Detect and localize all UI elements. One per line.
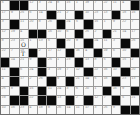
- grid-cell[interactable]: 22: [121, 20, 129, 29]
- black-cell: [75, 58, 83, 67]
- grid-cell[interactable]: 2: [131, 58, 139, 67]
- grid-cell[interactable]: 25: [47, 58, 55, 67]
- grid-cell[interactable]: 25: [84, 30, 92, 39]
- cell-number: 26: [131, 39, 135, 43]
- cell-number: 12: [57, 49, 61, 53]
- cell-number: 21: [113, 30, 117, 34]
- cell-number: 13: [131, 77, 135, 81]
- grid-cell[interactable]: 23: [10, 39, 18, 48]
- cell-number: 2: [94, 30, 96, 34]
- grid-cell[interactable]: 11: [75, 106, 83, 115]
- cell-number: 10: [2, 106, 6, 110]
- cell-number: 8: [11, 87, 13, 91]
- grid-cell[interactable]: 11: [1, 68, 9, 77]
- cell-number: 17: [48, 49, 52, 53]
- cell-number: 20: [85, 87, 89, 91]
- black-cell: [29, 30, 37, 39]
- cell-number: 21: [57, 11, 61, 15]
- cell-number: 9: [76, 39, 78, 43]
- grid-cell[interactable]: 19: [84, 1, 92, 10]
- cell-number: 13: [39, 39, 43, 43]
- cell-number: 5: [48, 39, 50, 43]
- grid-cell[interactable]: 5: [94, 77, 102, 86]
- black-cell: [131, 1, 139, 10]
- grid-cell[interactable]: 23: [20, 106, 28, 115]
- grid-cell[interactable]: 4: [29, 106, 37, 115]
- cell-number: 15: [29, 87, 33, 91]
- grid-cell[interactable]: 3: [1, 20, 9, 29]
- cell-number: 5: [94, 77, 96, 81]
- cell-number: 18: [39, 106, 43, 110]
- grid-cell[interactable]: 8: [10, 87, 18, 96]
- grid-cell[interactable]: 12: [29, 1, 37, 10]
- black-cell: [66, 49, 74, 58]
- cell-number: 24: [94, 39, 98, 43]
- grid-cell[interactable]: 26: [38, 77, 46, 86]
- cell-number: 16: [103, 68, 107, 72]
- grid-cell[interactable]: 5: [47, 39, 55, 48]
- black-cell: [84, 96, 92, 105]
- grid-cell[interactable]: 24: [94, 39, 102, 48]
- grid-cell[interactable]: 24: [47, 1, 55, 10]
- cell-number: 20: [131, 68, 135, 72]
- cell-number: 2: [39, 49, 41, 53]
- cell-letter: T: [21, 51, 25, 57]
- grid-cell[interactable]: 11: [20, 20, 28, 29]
- grid-cell[interactable]: 15: [121, 58, 129, 67]
- cell-number: 19: [11, 30, 15, 34]
- grid-cell[interactable]: 12: [1, 30, 9, 39]
- cell-number: 7: [11, 49, 13, 53]
- grid-cell[interactable]: 3: [66, 87, 74, 96]
- cell-number: 10: [122, 49, 126, 53]
- black-cell: [20, 1, 28, 10]
- grid-cell[interactable]: 7: [66, 68, 74, 77]
- grid-cell[interactable]: 2: [29, 77, 37, 86]
- grid-cell[interactable]: 13: [131, 77, 139, 86]
- cell-number: 16: [76, 49, 80, 53]
- cell-number: 17: [2, 11, 6, 15]
- cell-number: 9: [122, 87, 124, 91]
- cell-number: 1: [94, 87, 96, 91]
- grid-cell[interactable]: 3: [38, 1, 46, 10]
- black-cell: [94, 49, 102, 58]
- cell-number: 5: [103, 58, 105, 62]
- cell-number: 16: [11, 106, 15, 110]
- grid-cell[interactable]: 4: [1, 77, 9, 86]
- grid-cell[interactable]: 22: [1, 49, 9, 58]
- grid-cell[interactable]: 8: [94, 58, 102, 67]
- grid-cell[interactable]: 8: [47, 106, 55, 115]
- cell-number: 11: [76, 106, 80, 110]
- cell-number: 12: [2, 30, 6, 34]
- cell-number: 15: [94, 20, 98, 24]
- grid-cell[interactable]: 7: [94, 1, 102, 10]
- cell-number: 6: [66, 30, 68, 34]
- grid-cell[interactable]: 5: [121, 96, 129, 105]
- grid-cell[interactable]: 14: [38, 11, 46, 20]
- cell-number: 17: [85, 106, 89, 110]
- cell-number: 2: [131, 58, 133, 62]
- cell-number: 19: [57, 68, 61, 72]
- cell-number: 19: [103, 49, 107, 53]
- black-cell: [10, 68, 18, 77]
- cell-number: 1: [29, 39, 31, 43]
- grid-cell[interactable]: 3: [94, 106, 102, 115]
- cell-number: 2: [76, 96, 78, 100]
- cell-number: 25: [85, 30, 89, 34]
- black-cell: [66, 77, 74, 86]
- black-cell: [103, 30, 111, 39]
- grid-cell[interactable]: 10: [84, 11, 92, 20]
- grid-cell[interactable]: 10: [1, 106, 9, 115]
- grid-cell[interactable]: 9: [112, 20, 120, 29]
- grid-cell[interactable]: 2: [38, 49, 46, 58]
- black-cell: [75, 11, 83, 20]
- grid-cell[interactable]: 17: [47, 49, 55, 58]
- black-cell: [10, 1, 18, 10]
- grid-cell[interactable]: 9: [29, 58, 37, 67]
- grid-cell[interactable]: 17: [20, 77, 28, 86]
- grid-cell[interactable]: 7: [131, 20, 139, 29]
- grid-cell[interactable]: 8: [57, 1, 65, 10]
- cell-number: 23: [66, 58, 70, 62]
- grid-cell[interactable]: 2: [94, 30, 102, 39]
- black-cell: [47, 11, 55, 20]
- grid-cell[interactable]: 18: [38, 106, 46, 115]
- black-cell: [103, 87, 111, 96]
- cell-number: 1: [57, 58, 59, 62]
- black-cell: [112, 11, 120, 20]
- grid-cell[interactable]: 22: [94, 68, 102, 77]
- cell-number: 20: [66, 39, 70, 43]
- grid-cell[interactable]: 14: [66, 106, 74, 115]
- grid-cell[interactable]: 14: [121, 30, 129, 39]
- cell-number: 17: [20, 77, 24, 81]
- grid-cell[interactable]: 5: [75, 20, 83, 29]
- grid-cell[interactable]: 1: [94, 87, 102, 96]
- cell-number: 11: [2, 68, 6, 72]
- cell-number: 12: [76, 68, 80, 72]
- cell-number: 22: [122, 20, 126, 24]
- cell-number: 26: [39, 77, 43, 81]
- cell-number: 13: [57, 96, 61, 100]
- cell-number: 22: [2, 49, 6, 53]
- black-cell: [75, 30, 83, 39]
- grid-cell[interactable]: 9: [121, 87, 129, 96]
- cell-number: 6: [76, 87, 78, 91]
- black-cell: [131, 106, 139, 115]
- grid-cell[interactable]: 24: [66, 20, 74, 29]
- grid-cell[interactable]: 15: [29, 87, 37, 96]
- cell-number: 15: [122, 58, 126, 62]
- cell-number: 21: [131, 96, 135, 100]
- grid-cell[interactable]: 1: [29, 39, 37, 48]
- grid-cell[interactable]: 16: [112, 87, 120, 96]
- grid-cell[interactable]: 6: [29, 11, 37, 20]
- grid-cell[interactable]: 20: [84, 87, 92, 96]
- grid-cell[interactable]: 18: [121, 11, 129, 20]
- cell-number: 10: [113, 68, 117, 72]
- cell-number: 13: [103, 11, 107, 15]
- cell-number: 10: [85, 11, 89, 15]
- grid-cell[interactable]: 20: [131, 68, 139, 77]
- cell-number: 21: [20, 58, 24, 62]
- cell-number: 3: [66, 87, 68, 91]
- grid-cell[interactable]: 2: [75, 96, 83, 105]
- cell-number: 9: [113, 106, 115, 110]
- cell-number: 14: [85, 77, 89, 81]
- grid-cell[interactable]: 8: [1, 39, 9, 48]
- cell-number: 23: [122, 77, 126, 81]
- cell-number: 5: [2, 1, 4, 5]
- cell-number: 13: [85, 58, 89, 62]
- grid-cell[interactable]: 18T: [20, 49, 28, 58]
- cell-number: 4: [20, 30, 22, 34]
- grid-cell[interactable]: 1: [57, 58, 65, 67]
- cell-number: 3: [113, 39, 115, 43]
- grid-cell[interactable]: 7: [103, 96, 111, 105]
- cell-number: 18: [122, 11, 126, 15]
- grid-cell[interactable]: 4: [121, 1, 129, 10]
- grid-cell[interactable]: 21: [57, 11, 65, 20]
- cell-number: 24: [48, 1, 52, 5]
- grid-cell[interactable]: 24: [57, 87, 65, 96]
- grid-cell[interactable]: 16: [47, 30, 55, 39]
- grid-cell[interactable]: 2: [66, 11, 74, 20]
- cell-number: 8: [94, 58, 96, 62]
- grid-cell[interactable]: 19: [103, 49, 111, 58]
- grid-cell[interactable]: 13: [38, 39, 46, 48]
- grid-cell[interactable]: 21: [131, 96, 139, 105]
- black-cell: [84, 20, 92, 29]
- grid-cell[interactable]: 18: [103, 77, 111, 86]
- cell-number: 7: [94, 1, 96, 5]
- grid-cell[interactable]: 14: [10, 58, 18, 67]
- black-cell: [84, 39, 92, 48]
- cell-number: 16: [48, 30, 52, 34]
- grid-cell[interactable]: 3: [112, 39, 120, 48]
- grid-cell[interactable]: 19: [10, 30, 18, 39]
- cell-number: 14: [11, 58, 15, 62]
- grid-cell[interactable]: 24: [29, 68, 37, 77]
- grid-cell[interactable]: 19: [1, 96, 9, 105]
- cell-number: 22: [94, 68, 98, 72]
- black-cell: [10, 77, 18, 86]
- cell-number: 25: [103, 106, 107, 110]
- cell-number: 24: [29, 68, 33, 72]
- cell-number: 12: [94, 96, 98, 100]
- grid-cell[interactable]: 9: [57, 77, 65, 86]
- cell-number: 6: [29, 11, 31, 15]
- grid-cell[interactable]: 21: [75, 77, 83, 86]
- cell-number: 8: [48, 106, 50, 110]
- black-cell: [38, 87, 46, 96]
- cell-number: 19: [2, 96, 6, 100]
- grid-cell[interactable]: 22: [29, 96, 37, 105]
- cell-number: 4: [2, 77, 4, 81]
- cell-number: 1: [103, 20, 105, 24]
- grid-cell[interactable]: 13: [84, 58, 92, 67]
- cell-number: 24: [66, 20, 70, 24]
- black-cell: [131, 49, 139, 58]
- cell-number: 4: [85, 49, 87, 53]
- cell-number: 14: [122, 30, 126, 34]
- grid-cell[interactable]: 23: [94, 11, 102, 20]
- cell-number: 2: [66, 11, 68, 15]
- codeword-grid: 5123248151197221141792561421210231318163…: [0, 0, 140, 115]
- grid-cell[interactable]: 8: [38, 20, 46, 29]
- grid-cell[interactable]: 12: [94, 96, 102, 105]
- cell-number: 25: [2, 87, 6, 91]
- grid-cell[interactable]: 20: [66, 39, 74, 48]
- black-cell: [112, 96, 120, 105]
- cell-number: 8: [2, 39, 4, 43]
- grid-cell[interactable]: 9: [112, 106, 120, 115]
- cell-number: 7: [66, 68, 68, 72]
- cell-number: 25: [48, 58, 52, 62]
- grid-cell[interactable]: 21: [20, 58, 28, 67]
- grid-cell[interactable]: 23: [121, 77, 129, 86]
- grid-cell[interactable]: 26: [57, 106, 65, 115]
- grid-cell[interactable]: 25: [20, 11, 28, 20]
- grid-cell[interactable]: 26: [131, 39, 139, 48]
- grid-cell[interactable]: 3: [47, 68, 55, 77]
- cell-number: 19: [85, 1, 89, 5]
- cell-number: 4: [122, 1, 124, 5]
- grid-cell[interactable]: 12: [57, 49, 65, 58]
- black-cell: [121, 68, 129, 77]
- cell-number: 15: [66, 1, 70, 5]
- cell-number: 6: [20, 68, 22, 72]
- grid-cell[interactable]: 16: [75, 49, 83, 58]
- grid-cell[interactable]: 13: [103, 11, 111, 20]
- cell-number: 11: [20, 20, 24, 24]
- grid-cell[interactable]: 11: [47, 87, 55, 96]
- black-cell: [47, 96, 55, 105]
- grid-cell[interactable]: 17: [1, 11, 9, 20]
- grid-cell[interactable]: 15: [94, 20, 102, 29]
- grid-cell[interactable]: 16: [131, 11, 139, 20]
- cell-number: 9: [57, 77, 59, 81]
- grid-cell[interactable]: 9: [75, 39, 83, 48]
- grid-cell[interactable]: 11: [103, 39, 111, 48]
- grid-cell[interactable]: 10: [112, 68, 120, 77]
- grid-cell[interactable]: 6: [75, 87, 83, 96]
- black-cell: [38, 58, 46, 67]
- black-cell: [121, 106, 129, 115]
- grid-cell[interactable]: 13: [57, 96, 65, 105]
- cell-number: 3: [94, 106, 96, 110]
- cell-number: 23: [20, 106, 24, 110]
- grid-cell[interactable]: 12: [75, 68, 83, 77]
- cell-letter: O: [21, 42, 26, 48]
- black-cell: [38, 68, 46, 77]
- cell-number: 7: [103, 96, 105, 100]
- grid-cell[interactable]: 14: [84, 77, 92, 86]
- cell-number: 22: [29, 96, 33, 100]
- grid-cell[interactable]: 9: [10, 11, 18, 20]
- cell-number: 6: [113, 49, 115, 53]
- cell-number: 20: [29, 20, 33, 24]
- cell-number: 11: [48, 87, 52, 91]
- grid-cell[interactable]: 21: [112, 30, 120, 39]
- grid-cell[interactable]: 4: [20, 30, 28, 39]
- cell-number: 9: [113, 20, 115, 24]
- grid-cell[interactable]: 6: [20, 68, 28, 77]
- cell-number: 21: [76, 77, 80, 81]
- cell-number: 17: [131, 30, 135, 34]
- grid-cell[interactable]: 11: [112, 1, 120, 10]
- cell-number: 3: [48, 68, 50, 72]
- cell-number: 23: [11, 39, 15, 43]
- grid-cell[interactable]: 25: [103, 106, 111, 115]
- black-cell: [20, 87, 28, 96]
- black-cell: [29, 49, 37, 58]
- grid-cell[interactable]: 19: [57, 68, 65, 77]
- grid-cell[interactable]: 20: [29, 20, 37, 29]
- black-cell: [10, 96, 18, 105]
- grid-cell[interactable]: 16: [103, 68, 111, 77]
- grid-cell[interactable]: 5: [1, 1, 9, 10]
- grid-cell[interactable]: 1: [103, 20, 111, 29]
- grid-cell[interactable]: 10: [121, 49, 129, 58]
- grid-cell[interactable]: 6: [66, 30, 74, 39]
- grid-cell[interactable]: 17: [131, 30, 139, 39]
- grid-cell[interactable]: 7: [10, 49, 18, 58]
- cell-number: 9: [11, 11, 13, 15]
- black-cell: [131, 87, 139, 96]
- grid-cell[interactable]: 22: [103, 1, 111, 10]
- cell-number: 14: [66, 106, 70, 110]
- grid-cell[interactable]: 10: [57, 30, 65, 39]
- black-cell: [57, 39, 65, 48]
- grid-cell[interactable]: 6: [112, 49, 120, 58]
- grid-cell[interactable]: 1: [75, 1, 83, 10]
- black-cell: [57, 20, 65, 29]
- black-cell: [112, 77, 120, 86]
- cell-number: 23: [94, 11, 98, 15]
- black-cell: [1, 58, 9, 67]
- cell-number: 9: [29, 58, 31, 62]
- grid-cell[interactable]: 5: [103, 58, 111, 67]
- grid-cell[interactable]: 16: [10, 106, 18, 115]
- grid-cell[interactable]: 15: [66, 1, 74, 10]
- cell-number: 2: [29, 77, 31, 81]
- grid-cell[interactable]: 4: [84, 49, 92, 58]
- black-cell: [20, 96, 28, 105]
- black-cell: [47, 77, 55, 86]
- cell-number: 1: [76, 1, 78, 5]
- grid-cell[interactable]: 26: [47, 20, 55, 29]
- black-cell: [38, 30, 46, 39]
- cell-number: 10: [57, 30, 61, 34]
- cell-number: 3: [39, 1, 41, 5]
- cell-number: 25: [20, 11, 24, 15]
- cell-number: 16: [131, 11, 135, 15]
- cell-number: 22: [103, 1, 107, 5]
- cell-number: 7: [131, 20, 133, 24]
- cell-number: 12: [29, 1, 33, 5]
- cell-number: 11: [103, 39, 107, 43]
- grid-cell[interactable]: 25: [1, 87, 9, 96]
- grid-cell[interactable]: 23: [66, 58, 74, 67]
- grid-cell[interactable]: 17: [84, 106, 92, 115]
- grid-cell[interactable]: 15O: [20, 39, 28, 48]
- black-cell: [112, 58, 120, 67]
- cell-number: 16: [113, 87, 117, 91]
- cell-number: 8: [57, 1, 59, 5]
